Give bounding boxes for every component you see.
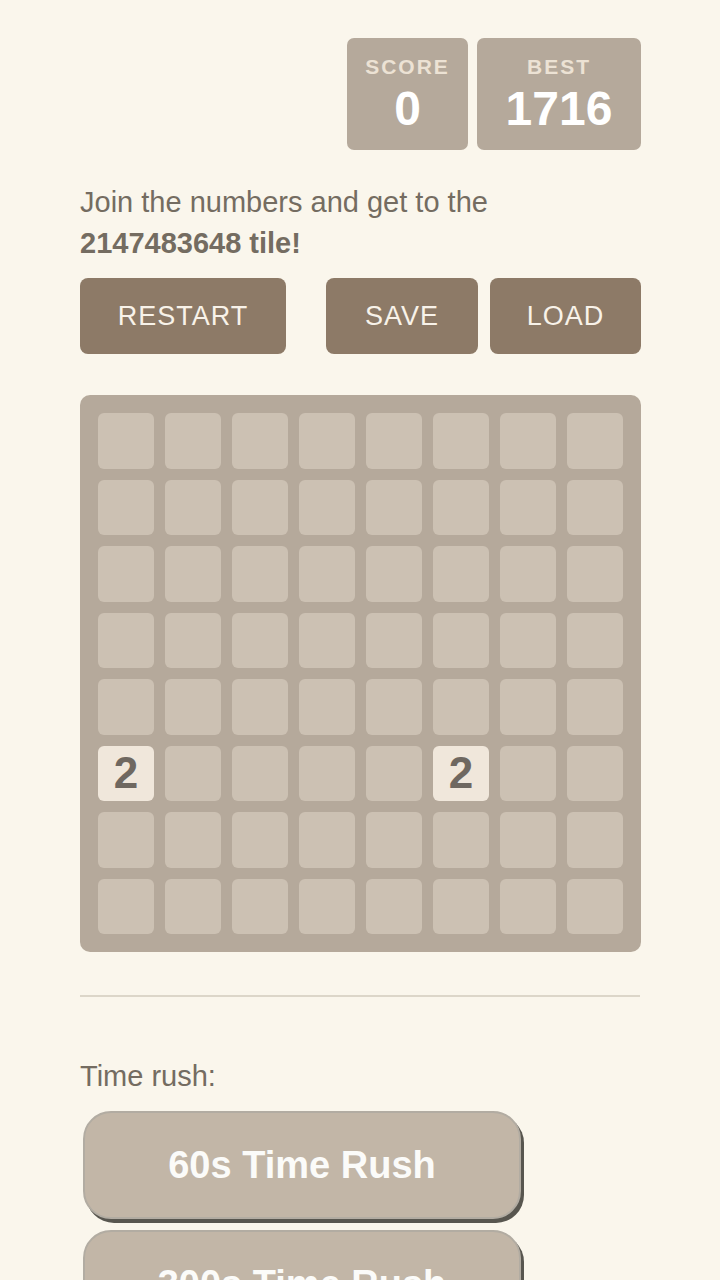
board-cell [165,812,221,868]
board-cell [299,480,355,536]
intro-line-1: Join the numbers and get to the [80,182,488,223]
board-cell [299,812,355,868]
board-cell [98,879,154,935]
board-cell [299,546,355,602]
score-box: SCORE 0 [347,38,468,150]
board-cell [299,679,355,735]
board-cell [165,879,221,935]
board-cell [98,413,154,469]
board-cell [500,679,556,735]
board-grid[interactable]: 22 [80,395,641,952]
board-cell [232,812,288,868]
board-cell [98,812,154,868]
board-cell [299,413,355,469]
board-cell [500,812,556,868]
board-cell [165,746,221,802]
board-cell [165,480,221,536]
time-rush-label: Time rush: [80,1060,216,1093]
board-cell [500,613,556,669]
board-cell [433,679,489,735]
board-cell [500,480,556,536]
best-box: BEST 1716 [477,38,641,150]
board-cell [98,546,154,602]
board-cell [165,679,221,735]
board-cell [567,480,623,536]
board-cell [232,613,288,669]
tile-2: 2 [433,746,489,802]
time-rush-300s-button[interactable]: 300s Time Rush [83,1230,521,1280]
board-cell [433,413,489,469]
board-cell [98,613,154,669]
intro-text: Join the numbers and get to the 21474836… [80,182,488,264]
time-rush-60s-button[interactable]: 60s Time Rush [83,1111,521,1219]
board-cell [500,879,556,935]
board-cell [299,613,355,669]
board-cell [433,546,489,602]
board-cell [366,613,422,669]
board-cell [232,746,288,802]
score-value: 0 [394,85,421,133]
tile-2: 2 [98,746,154,802]
board-cell [299,746,355,802]
board-cell [366,480,422,536]
restart-button[interactable]: RESTART [80,278,286,354]
board-cell [567,613,623,669]
board-cell [98,679,154,735]
board-cell [98,480,154,536]
board-cell [366,879,422,935]
board-cell [567,546,623,602]
board-cell [433,879,489,935]
board-cell [567,812,623,868]
load-button[interactable]: LOAD [490,278,641,354]
board-cell [567,679,623,735]
board-cell [232,879,288,935]
board-cell [567,879,623,935]
board-cell [500,746,556,802]
board-cell [232,413,288,469]
board-cell [567,746,623,802]
board-cell [366,746,422,802]
board-cell [366,546,422,602]
save-button[interactable]: SAVE [326,278,478,354]
board-cell [232,480,288,536]
best-label: BEST [527,56,591,77]
board-cell [500,413,556,469]
board-cell [433,613,489,669]
board-cell [232,546,288,602]
intro-goal-line: 2147483648 tile! [80,223,488,264]
board-cell [366,679,422,735]
board-cell [433,480,489,536]
board-cell [366,812,422,868]
board-cell [165,413,221,469]
board-cell [567,413,623,469]
board-cell [232,679,288,735]
board-cell [500,546,556,602]
board-cell [165,546,221,602]
board-cell [299,879,355,935]
best-value: 1716 [506,85,613,133]
board-cell [433,812,489,868]
board-cell [366,413,422,469]
board-cell [165,613,221,669]
score-label: SCORE [365,56,450,77]
section-divider [80,995,640,997]
